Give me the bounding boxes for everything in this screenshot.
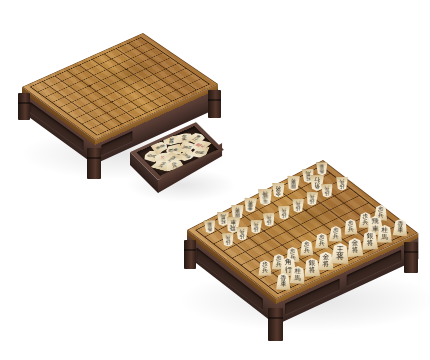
piece-kanji: 将 (169, 137, 174, 141)
board-b-leg-left (184, 240, 196, 269)
piece-kanji: 馬 (181, 145, 188, 149)
piece-kanji: 兵 (172, 165, 178, 169)
product-photo: 歩兵香車銀将金将角行と飛車桂馬龍王歩兵王将歩兵金将歩兵 香車桂馬銀将金将玉将金将… (0, 0, 430, 360)
piece-kanji: 車 (154, 146, 161, 150)
board-b-leg-front (268, 308, 283, 341)
piece-kanji: 将 (199, 151, 205, 155)
board-a-leg-left (18, 93, 30, 120)
piece-kanji: 行 (191, 137, 198, 142)
piece-kanji: 兵 (157, 165, 164, 169)
board-a-leg-front (87, 148, 101, 179)
board-b-leg-right (404, 242, 418, 273)
board-a-leg-right (208, 90, 221, 118)
